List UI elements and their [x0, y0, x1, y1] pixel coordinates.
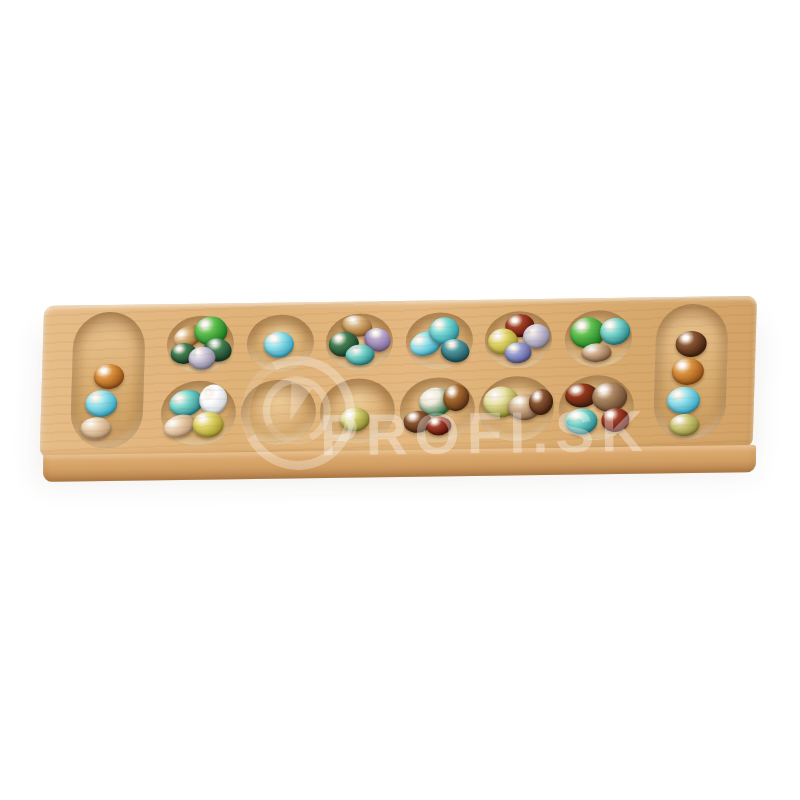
gem-aqua	[85, 389, 118, 416]
gem-tealspeck	[565, 408, 598, 434]
mancala-board	[41, 296, 756, 482]
pit-top-1[interactable]	[166, 315, 235, 373]
pit-bottom-4[interactable]	[399, 377, 476, 443]
gem-aqua	[264, 332, 295, 358]
gem-brownsmoke	[591, 381, 627, 412]
board-top-surface	[40, 296, 757, 458]
pit-top-6[interactable]	[564, 310, 633, 368]
pit-bottom-2[interactable]	[240, 379, 317, 445]
product-photo-scene: PROFI.SK	[0, 0, 800, 800]
gem-yellowolive	[339, 407, 370, 431]
gem-tealspeck	[599, 318, 630, 345]
gem-olive	[669, 414, 700, 436]
gem-darkbrown	[675, 331, 707, 357]
gem-amber	[672, 358, 705, 385]
pit-bottom-3[interactable]	[319, 378, 396, 444]
pit-top-2[interactable]	[246, 314, 315, 372]
gem-tealspeck	[346, 345, 376, 366]
gem-silver	[188, 347, 216, 370]
gem-violet	[505, 342, 533, 363]
gem-darkred	[426, 416, 452, 435]
gem-white	[199, 384, 228, 414]
gem-amber	[93, 364, 124, 389]
gem-darkbrown	[528, 389, 553, 415]
gem-darkred	[601, 407, 630, 431]
gem-amberdark	[443, 384, 470, 411]
gem-tan	[80, 417, 112, 439]
pit-top-5[interactable]	[484, 311, 553, 369]
pit-bottom-5[interactable]	[478, 376, 555, 442]
pit-bottom-6[interactable]	[558, 375, 635, 441]
gem-smoky	[581, 343, 612, 362]
pit-bottom-1[interactable]	[160, 380, 237, 446]
gem-aqua	[667, 387, 701, 414]
pit-top-4[interactable]	[405, 312, 474, 370]
pit-top-3[interactable]	[325, 313, 394, 371]
store-right[interactable]	[653, 303, 729, 440]
gem-yellow	[192, 412, 224, 438]
store-left[interactable]	[70, 312, 146, 449]
